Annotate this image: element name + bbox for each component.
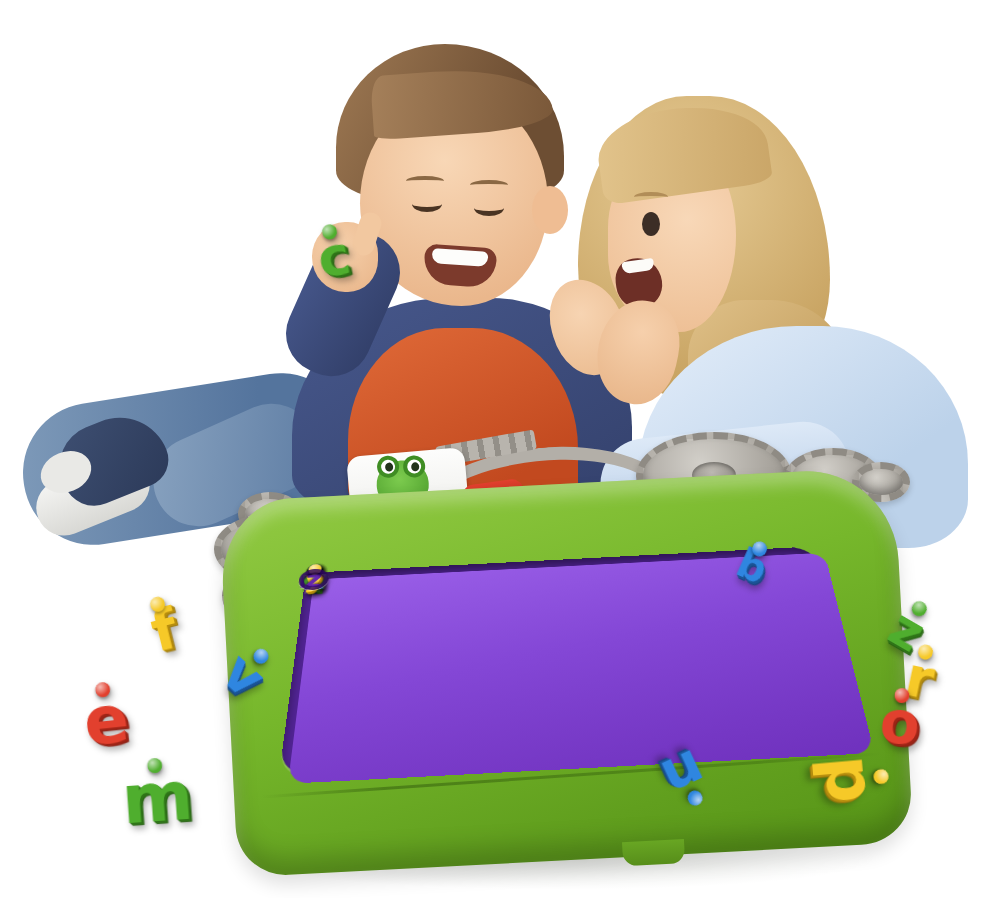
board-frame: abcdefghijklmnopqrstuvwxyz — [279, 546, 862, 775]
game-tray: abcdefghijklmnopqrstuvwxyz — [219, 467, 914, 878]
tray-latch-tab[interactable] — [622, 839, 685, 866]
loose-letter-piece-f[interactable]: f — [146, 600, 183, 660]
scene: abcdefghijklmnopqrstuvwxyz cfvembzropn — [0, 0, 1000, 898]
loose-letter-piece-p[interactable]: p — [815, 753, 885, 806]
girl-eyebrow — [634, 192, 668, 202]
loose-letter-piece-o[interactable]: o — [878, 693, 922, 754]
loose-letter-piece-e[interactable]: e — [81, 686, 132, 756]
boy-left-eyebrow — [406, 176, 444, 186]
boy-right-eye — [474, 200, 504, 216]
boy-ear — [532, 186, 568, 234]
girl-eye — [642, 212, 660, 236]
loose-letter-piece-m[interactable]: m — [120, 762, 195, 835]
board-grid: abcdefghijklmnopqrstuvwxyz — [288, 553, 875, 784]
boy-right-eyebrow — [470, 180, 508, 190]
boy-left-eye — [412, 196, 442, 212]
